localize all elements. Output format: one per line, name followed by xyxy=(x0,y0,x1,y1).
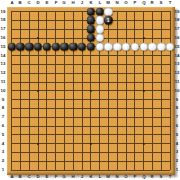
grid-line xyxy=(11,126,170,127)
stone-black-K18[interactable] xyxy=(87,16,95,24)
star-point xyxy=(90,143,92,145)
coordinate-label-left: 2 xyxy=(2,159,4,163)
stone-white-N15[interactable] xyxy=(113,43,121,51)
stone-white-S15[interactable] xyxy=(157,43,165,51)
stone-black-F15[interactable] xyxy=(51,43,59,51)
coordinate-label-right: 6 xyxy=(176,124,178,128)
star-point xyxy=(143,143,145,145)
stone-white-L15[interactable] xyxy=(95,43,103,51)
star-point xyxy=(37,143,39,145)
coordinate-label-top: S xyxy=(160,1,163,5)
grid-line xyxy=(11,161,170,162)
coordinate-label-top: C xyxy=(28,1,31,5)
grid-line xyxy=(11,134,170,135)
coordinate-label-right: 7 xyxy=(176,115,178,119)
stone-black-E15[interactable] xyxy=(43,43,51,51)
coordinate-label-top: D xyxy=(36,1,39,5)
coordinate-label-bottom: E xyxy=(45,174,48,178)
coordinate-label-right: 8 xyxy=(176,106,178,110)
coordinate-label-top: B xyxy=(19,1,22,5)
coordinate-label-top: L xyxy=(98,1,101,5)
stone-white-M15[interactable] xyxy=(104,43,112,51)
stone-black-J15[interactable] xyxy=(78,43,86,51)
coordinate-label-right: 5 xyxy=(176,133,178,137)
coordinate-label-bottom: G xyxy=(63,174,66,178)
stone-black-K19[interactable] xyxy=(87,7,95,15)
grid-line xyxy=(11,117,170,118)
coordinate-label-top: N xyxy=(116,1,119,5)
coordinate-label-left: 8 xyxy=(2,106,4,110)
coordinate-label-right: 3 xyxy=(176,150,178,154)
star-point xyxy=(90,90,92,92)
stone-white-R15[interactable] xyxy=(148,43,156,51)
coordinate-label-right: 2 xyxy=(176,159,178,163)
coordinate-label-right: 18 xyxy=(175,18,180,22)
coordinate-label-left: 10 xyxy=(1,89,6,93)
coordinate-label-right: 4 xyxy=(176,141,178,145)
grid-line xyxy=(11,170,170,171)
stone-black-B15[interactable] xyxy=(16,43,24,51)
grid-line xyxy=(161,11,162,170)
coordinate-label-left: 7 xyxy=(2,115,4,119)
stone-black-D15[interactable] xyxy=(34,43,42,51)
coordinate-label-top: H xyxy=(72,1,75,5)
coordinate-label-left: 14 xyxy=(1,53,6,57)
star-point xyxy=(143,37,145,39)
coordinate-label-left: 19 xyxy=(1,9,6,13)
grid-line xyxy=(11,152,170,153)
coordinate-label-left: 15 xyxy=(1,45,6,49)
coordinate-label-right: 19 xyxy=(175,9,180,13)
grid-line xyxy=(126,11,127,170)
coordinate-label-left: 18 xyxy=(1,18,6,22)
grid-line xyxy=(117,11,118,170)
coordinate-label-left: 5 xyxy=(2,133,4,137)
stone-black-K16[interactable] xyxy=(87,34,95,42)
stone-white-P15[interactable] xyxy=(131,43,139,51)
move-marker: 1 xyxy=(107,18,110,23)
coordinate-label-bottom: K xyxy=(89,174,92,178)
coordinate-label-right: 13 xyxy=(175,62,180,66)
stone-white-M19[interactable] xyxy=(104,7,112,15)
coordinate-label-bottom: D xyxy=(36,174,39,178)
coordinate-label-right: 14 xyxy=(175,53,180,57)
coordinate-label-left: 16 xyxy=(1,36,6,40)
coordinate-label-bottom: R xyxy=(151,174,154,178)
coordinate-label-top: K xyxy=(89,1,92,5)
coordinate-label-right: 12 xyxy=(175,71,180,75)
coordinate-label-right: 17 xyxy=(175,27,180,31)
coordinate-label-top: E xyxy=(45,1,48,5)
stone-black-C15[interactable] xyxy=(25,43,33,51)
coordinate-label-right: 10 xyxy=(175,89,180,93)
coordinate-label-top: G xyxy=(63,1,66,5)
stone-black-G15[interactable] xyxy=(60,43,68,51)
coordinate-label-bottom: H xyxy=(72,174,75,178)
go-board[interactable]: 1 xyxy=(7,7,175,175)
stone-white-L17[interactable] xyxy=(95,25,103,33)
star-point xyxy=(37,37,39,39)
coordinate-label-left: 3 xyxy=(2,150,4,154)
coordinate-label-left: 6 xyxy=(2,124,4,128)
coordinate-label-bottom: P xyxy=(133,174,136,178)
star-point xyxy=(37,90,39,92)
coordinate-label-bottom: T xyxy=(169,174,172,178)
go-board-diagram: 1 AABBCCDDEEFFGGHHJJKKLLMMNNOOPPQQRRSSTT… xyxy=(0,0,180,180)
stone-white-L18[interactable] xyxy=(95,16,103,24)
stone-white-T15[interactable] xyxy=(166,43,174,51)
coordinate-label-top: P xyxy=(133,1,136,5)
stone-black-M18[interactable]: 1 xyxy=(104,16,112,24)
stone-black-A15[interactable] xyxy=(7,43,15,51)
coordinate-label-top: A xyxy=(10,1,13,5)
coordinate-label-top: O xyxy=(124,1,127,5)
stone-black-H15[interactable] xyxy=(69,43,77,51)
coordinate-label-top: T xyxy=(169,1,172,5)
coordinate-label-bottom: C xyxy=(28,174,31,178)
coordinate-label-top: J xyxy=(81,1,83,5)
coordinate-label-top: R xyxy=(151,1,154,5)
star-point xyxy=(143,90,145,92)
stone-black-K15[interactable] xyxy=(87,43,95,51)
coordinate-label-left: 12 xyxy=(1,71,6,75)
coordinate-label-top: Q xyxy=(142,1,145,5)
stone-black-L19[interactable] xyxy=(95,7,103,15)
coordinate-label-bottom: J xyxy=(81,174,83,178)
grid-line xyxy=(170,11,171,170)
coordinate-label-bottom: L xyxy=(98,174,101,178)
coordinate-label-bottom: F xyxy=(54,174,57,178)
coordinate-label-right: 16 xyxy=(175,36,180,40)
grid-line xyxy=(11,108,170,109)
stone-white-Q15[interactable] xyxy=(139,43,147,51)
coordinate-label-bottom: S xyxy=(160,174,163,178)
coordinate-label-left: 9 xyxy=(2,97,4,101)
coordinate-label-right: 9 xyxy=(176,97,178,101)
coordinate-label-left: 1 xyxy=(2,168,4,172)
grid-line xyxy=(108,11,109,170)
stone-white-O15[interactable] xyxy=(122,43,130,51)
coordinate-label-left: 11 xyxy=(1,80,6,84)
coordinate-label-left: 17 xyxy=(1,27,6,31)
coordinate-label-bottom: N xyxy=(116,174,119,178)
coordinate-label-top: M xyxy=(107,1,111,5)
coordinate-label-top: F xyxy=(54,1,57,5)
coordinate-label-right: 15 xyxy=(175,45,180,49)
coordinate-label-bottom: A xyxy=(10,174,13,178)
coordinate-label-right: 1 xyxy=(176,168,178,172)
stone-white-L16[interactable] xyxy=(95,34,103,42)
coordinate-label-bottom: B xyxy=(19,174,22,178)
grid-line xyxy=(11,99,170,100)
coordinate-label-right: 11 xyxy=(175,80,180,84)
coordinate-label-bottom: O xyxy=(124,174,127,178)
coordinate-label-bottom: Q xyxy=(142,174,145,178)
grid-line xyxy=(134,11,135,170)
stone-black-K17[interactable] xyxy=(87,25,95,33)
coordinate-label-left: 4 xyxy=(2,141,4,145)
coordinate-label-left: 13 xyxy=(1,62,6,66)
grid-line xyxy=(152,11,153,170)
coordinate-label-bottom: M xyxy=(107,174,111,178)
